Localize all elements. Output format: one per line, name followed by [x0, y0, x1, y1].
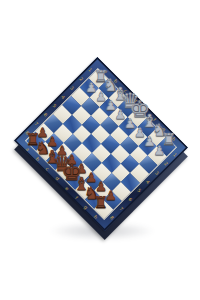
white-pawn[interactable]: ♟ — [153, 144, 165, 157]
pieces-layer: ♜♞♝♛♚♝♞♜♟♟♟♟♟♟♟♟♟♟♟♟♟♟♟♟♜♞♝♛♚♝♞♜ — [0, 0, 200, 300]
black-rook[interactable]: ♜ — [94, 195, 108, 211]
product-photo: abcdefgh abcdefgh 12345678 12345678 ♜♞♝♛… — [0, 0, 200, 300]
